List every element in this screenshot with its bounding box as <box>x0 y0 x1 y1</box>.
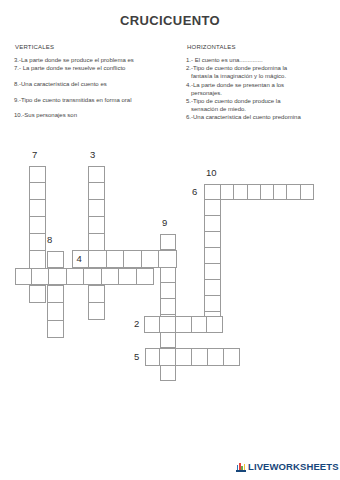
word-4-across: 4 <box>72 250 177 268</box>
crossword-cell[interactable] <box>88 200 105 217</box>
crossword-cell[interactable] <box>119 268 136 286</box>
word-number-label: 5 <box>134 352 139 361</box>
crossword-cell[interactable] <box>221 184 234 200</box>
word-3-down <box>88 166 105 321</box>
crossword-cell[interactable] <box>204 232 222 248</box>
crossword-cell[interactable] <box>49 268 66 286</box>
word-number-label: 8 <box>47 235 52 244</box>
crossword-cell[interactable] <box>15 268 32 286</box>
crossword-cell[interactable] <box>159 250 177 268</box>
crossword-cell[interactable] <box>160 283 177 299</box>
crossword-cell[interactable] <box>144 316 160 334</box>
crossword-cell[interactable] <box>160 234 177 250</box>
crossword-cell[interactable] <box>261 184 274 200</box>
crossword-cell[interactable] <box>84 268 101 286</box>
word-number-label: 9 <box>162 218 167 227</box>
crossword-cell[interactable] <box>32 268 49 286</box>
crossword-cell[interactable] <box>145 348 161 366</box>
crossword-cell[interactable] <box>176 348 192 366</box>
crossword-cell[interactable] <box>29 286 46 303</box>
word-number-label: 2 <box>134 319 139 328</box>
crossword-cell[interactable] <box>107 250 125 268</box>
crossword-cell[interactable] <box>301 184 314 200</box>
crossword-cell[interactable] <box>208 348 224 366</box>
crossword-cell[interactable] <box>160 332 177 348</box>
word-number-label: 6 <box>192 187 197 196</box>
crossword-cell[interactable] <box>204 264 222 280</box>
liveworksheets-icon <box>236 461 246 472</box>
crossword-cell[interactable] <box>88 183 105 200</box>
crossword-cell[interactable] <box>29 251 46 268</box>
crossword-cell[interactable] <box>88 286 105 303</box>
crossword-cell[interactable] <box>124 250 142 268</box>
crossword-cell[interactable] <box>160 316 176 334</box>
crossword-cell[interactable] <box>89 250 107 268</box>
liveworksheets-wordmark: LIVEWORKSHEETS <box>248 461 339 472</box>
crossword-cell[interactable] <box>234 184 247 200</box>
crossword-cell[interactable] <box>207 316 223 334</box>
crossword-cell[interactable]: 4 <box>72 250 90 268</box>
word-6-across <box>204 184 315 200</box>
crossword-cell[interactable] <box>88 303 105 320</box>
crossword-cell[interactable] <box>224 348 240 366</box>
word-1-across <box>15 268 155 286</box>
crossword-cell[interactable] <box>29 234 46 251</box>
crossword-cell[interactable] <box>204 200 222 216</box>
crossword-cell[interactable] <box>29 166 46 183</box>
crossword-cell[interactable] <box>88 166 105 183</box>
crossword-cell[interactable] <box>47 251 65 269</box>
crossword-cell[interactable] <box>192 316 208 334</box>
crossword-cell[interactable] <box>204 248 222 264</box>
crossword-cell[interactable] <box>204 184 222 200</box>
crossword-cell[interactable] <box>204 216 222 232</box>
crossword-cell[interactable] <box>248 184 261 200</box>
crossword-cell[interactable] <box>137 268 154 286</box>
crossword-cell[interactable] <box>176 316 192 334</box>
word-10-down <box>204 184 222 328</box>
crossword-cell[interactable] <box>287 184 300 200</box>
word-5-across <box>145 348 240 366</box>
crossword-cell[interactable] <box>274 184 287 200</box>
crossword-cell[interactable] <box>204 296 222 312</box>
crossword-cell[interactable] <box>88 234 105 251</box>
crossword-board: 4731069825 <box>0 0 340 480</box>
word-number-label: 7 <box>32 150 37 159</box>
crossword-cell[interactable] <box>47 303 65 321</box>
crossword-cell[interactable] <box>160 364 177 380</box>
crossword-cell[interactable] <box>67 268 84 286</box>
crossword-cell[interactable] <box>160 267 177 283</box>
crossword-cell[interactable] <box>142 250 160 268</box>
liveworksheets-logo[interactable]: LIVEWORKSHEETS <box>236 461 339 472</box>
crossword-cell[interactable] <box>88 217 105 234</box>
crossword-cell[interactable] <box>29 200 46 217</box>
crossword-cell[interactable] <box>160 348 176 366</box>
crossword-cell[interactable] <box>160 299 177 315</box>
crossword-cell[interactable] <box>47 321 65 339</box>
word-number-label: 10 <box>206 168 217 177</box>
crossword-cell[interactable] <box>204 280 222 296</box>
crossword-cell[interactable] <box>29 217 46 234</box>
word-8-down <box>47 251 65 339</box>
crossword-cell[interactable] <box>192 348 208 366</box>
crossword-cell[interactable] <box>47 286 65 304</box>
crossword-cell[interactable] <box>29 183 46 200</box>
word-number-label: 3 <box>90 150 95 159</box>
crossword-cell[interactable] <box>102 268 119 286</box>
word-2-across <box>144 316 223 334</box>
